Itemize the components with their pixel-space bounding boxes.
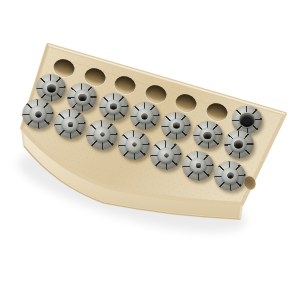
collet <box>162 112 191 139</box>
collet-bore <box>110 104 117 110</box>
collet <box>37 74 66 101</box>
collet <box>87 120 118 149</box>
collet <box>193 121 222 148</box>
collet <box>224 131 253 158</box>
collet-bore <box>68 122 73 127</box>
collet-bore <box>234 140 243 148</box>
empty-hole <box>174 92 199 114</box>
collet-stand-photo <box>0 0 300 300</box>
collet <box>23 99 54 128</box>
collet-bore <box>47 84 56 92</box>
collet <box>183 151 214 180</box>
collet-bore <box>204 132 212 139</box>
collet-bore <box>240 113 255 127</box>
collet-bore <box>100 133 104 137</box>
collet <box>130 103 159 130</box>
collet <box>215 161 246 190</box>
collet-bore <box>164 153 168 157</box>
collet-bore <box>132 143 136 147</box>
rack-cells <box>0 0 300 300</box>
collet <box>55 110 86 139</box>
collet-bore <box>35 111 41 117</box>
collet-bore <box>142 113 148 119</box>
collet-bore <box>196 163 201 168</box>
collet <box>68 84 97 111</box>
collet-bore <box>78 94 86 101</box>
empty-hole <box>204 100 229 122</box>
collet <box>119 130 150 159</box>
collet <box>99 93 128 120</box>
collet <box>151 141 182 170</box>
collet-bore <box>173 123 180 129</box>
collet-bore <box>227 173 233 179</box>
